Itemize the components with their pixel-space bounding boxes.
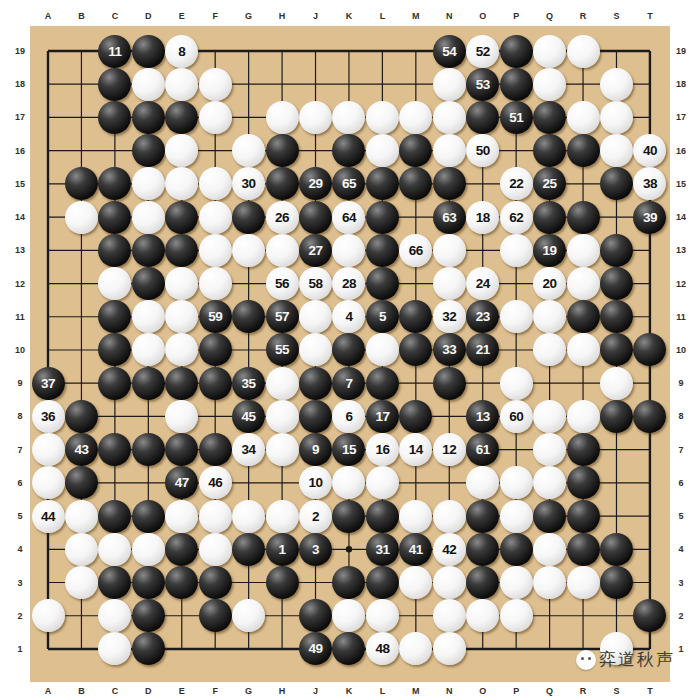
stone-black: 11 (98, 35, 131, 68)
stone-white (266, 400, 299, 433)
stone-white (567, 267, 600, 300)
move-number: 19 (543, 243, 557, 258)
stone-white (165, 400, 198, 433)
stone-white: 32 (433, 300, 466, 333)
stone-white (266, 234, 299, 267)
stone-white (433, 566, 466, 599)
move-number: 38 (643, 176, 657, 191)
move-number: 18 (476, 210, 490, 225)
stone-white (366, 134, 399, 167)
stone-white (600, 134, 633, 167)
move-number: 41 (409, 542, 423, 557)
stone-white: 36 (32, 400, 65, 433)
stone-black (466, 500, 499, 533)
stone-white (165, 68, 198, 101)
row-label-left: 19 (15, 47, 25, 56)
column-label-bottom: A (45, 687, 52, 696)
row-label-left: 17 (15, 113, 25, 122)
column-label-top: C (112, 12, 119, 21)
stone-black (567, 134, 600, 167)
move-number: 27 (309, 243, 323, 258)
move-number: 32 (442, 309, 456, 324)
move-number: 8 (178, 44, 185, 59)
column-label-bottom: D (145, 687, 152, 696)
stone-white (366, 101, 399, 134)
move-number: 10 (309, 475, 323, 490)
stone-white (165, 500, 198, 533)
stone-white (199, 201, 232, 234)
stone-white (132, 68, 165, 101)
stone-black (466, 101, 499, 134)
stone-black (366, 267, 399, 300)
column-label-bottom: O (479, 687, 486, 696)
move-number: 58 (309, 276, 323, 291)
row-label-right: 15 (676, 179, 686, 188)
stone-white (98, 533, 131, 566)
move-number: 50 (476, 143, 490, 158)
stone-black (466, 533, 499, 566)
stone-black (399, 400, 432, 433)
stone-white (132, 167, 165, 200)
row-label-right: 3 (678, 578, 683, 587)
stone-white (266, 500, 299, 533)
stone-white (65, 533, 98, 566)
move-number: 14 (409, 442, 423, 457)
stone-white: 20 (533, 267, 566, 300)
move-number: 33 (442, 342, 456, 357)
stone-white (199, 167, 232, 200)
move-number: 34 (242, 442, 256, 457)
move-number: 53 (476, 77, 490, 92)
column-label-top: L (380, 12, 386, 21)
row-label-right: 19 (676, 47, 686, 56)
row-label-left: 5 (17, 512, 22, 521)
stone-white: 12 (433, 433, 466, 466)
stone-black (466, 566, 499, 599)
row-label-left: 15 (15, 179, 25, 188)
star-point (346, 546, 352, 552)
stone-black (199, 367, 232, 400)
stone-black (199, 433, 232, 466)
stone-white (500, 234, 533, 267)
stone-black (500, 68, 533, 101)
stone-white (132, 533, 165, 566)
stone-white: 64 (332, 201, 365, 234)
move-number: 1 (279, 542, 286, 557)
stone-white (232, 500, 265, 533)
stone-white: 66 (399, 234, 432, 267)
stone-black (132, 500, 165, 533)
stone-white (65, 566, 98, 599)
stone-black: 59 (199, 300, 232, 333)
stone-black: 37 (32, 367, 65, 400)
stone-white (199, 234, 232, 267)
stone-black (299, 400, 332, 433)
stone-black: 5 (366, 300, 399, 333)
stone-white (567, 35, 600, 68)
row-label-right: 7 (678, 445, 683, 454)
row-label-left: 11 (15, 312, 25, 321)
move-number: 55 (275, 342, 289, 357)
stone-white: 56 (266, 267, 299, 300)
stone-white (433, 500, 466, 533)
row-label-right: 6 (678, 478, 683, 487)
column-label-top: A (45, 12, 52, 21)
stone-black: 63 (433, 201, 466, 234)
move-number: 46 (208, 475, 222, 490)
move-number: 65 (342, 176, 356, 191)
move-number: 21 (476, 342, 490, 357)
row-label-left: 6 (17, 478, 22, 487)
row-label-right: 13 (676, 246, 686, 255)
stone-white (266, 101, 299, 134)
stone-black: 54 (433, 35, 466, 68)
stone-black (232, 201, 265, 234)
stone-black (433, 167, 466, 200)
column-label-top: F (212, 12, 218, 21)
stone-white: 16 (366, 433, 399, 466)
stone-white (567, 101, 600, 134)
move-number: 36 (41, 409, 55, 424)
stone-black (266, 134, 299, 167)
move-number: 42 (442, 542, 456, 557)
stone-black (366, 500, 399, 533)
row-label-left: 1 (17, 644, 22, 653)
row-label-right: 10 (676, 345, 686, 354)
column-label-bottom: T (647, 687, 653, 696)
stone-white (600, 68, 633, 101)
move-number: 13 (476, 409, 490, 424)
stone-black (366, 566, 399, 599)
stone-white (65, 201, 98, 234)
watermark-text: 弈道秋声 (599, 648, 675, 671)
move-number: 16 (375, 442, 389, 457)
row-label-right: 11 (676, 312, 686, 321)
move-number: 22 (509, 176, 523, 191)
stone-black (533, 101, 566, 134)
stone-black (165, 367, 198, 400)
column-label-top: Q (546, 12, 553, 21)
move-number: 64 (342, 210, 356, 225)
stone-white (500, 466, 533, 499)
stone-white: 22 (500, 167, 533, 200)
move-number: 6 (345, 409, 352, 424)
move-number: 39 (643, 210, 657, 225)
stone-black (98, 201, 131, 234)
move-number: 61 (476, 442, 490, 457)
stone-white (533, 400, 566, 433)
column-label-bottom: Q (546, 687, 553, 696)
row-label-left: 9 (17, 379, 22, 388)
move-number: 63 (442, 210, 456, 225)
move-number: 44 (41, 509, 55, 524)
stone-white (533, 35, 566, 68)
stone-black: 9 (299, 433, 332, 466)
row-label-right: 1 (678, 644, 683, 653)
stone-black (98, 68, 131, 101)
stone-white (299, 101, 332, 134)
row-label-left: 7 (17, 445, 22, 454)
column-label-bottom: E (179, 687, 185, 696)
move-number: 29 (309, 176, 323, 191)
stone-white (433, 68, 466, 101)
watermark: 弈道秋声 (576, 648, 675, 671)
stone-black (132, 101, 165, 134)
move-number: 47 (175, 475, 189, 490)
stone-black: 41 (399, 533, 432, 566)
stone-white (567, 333, 600, 366)
stone-white (433, 632, 466, 665)
row-label-right: 2 (678, 611, 683, 620)
stone-white: 2 (299, 500, 332, 533)
stone-white (533, 533, 566, 566)
move-number: 60 (509, 409, 523, 424)
move-number: 30 (242, 176, 256, 191)
stone-white (65, 500, 98, 533)
stone-black (366, 367, 399, 400)
stone-black (366, 201, 399, 234)
stone-white (533, 433, 566, 466)
stone-white (433, 267, 466, 300)
stone-white: 52 (466, 35, 499, 68)
column-label-top: R (580, 12, 587, 21)
move-number: 37 (41, 376, 55, 391)
move-number: 20 (543, 276, 557, 291)
move-number: 5 (379, 309, 386, 324)
stone-black: 39 (633, 201, 666, 234)
move-number: 11 (108, 44, 121, 59)
stone-white (433, 599, 466, 632)
column-label-top: O (479, 12, 486, 21)
move-number: 57 (275, 309, 289, 324)
stone-white (533, 68, 566, 101)
stone-black (567, 201, 600, 234)
column-label-bottom: N (446, 687, 453, 696)
stone-black: 31 (366, 533, 399, 566)
column-label-bottom: R (580, 687, 587, 696)
move-number: 52 (476, 44, 490, 59)
stone-white (199, 533, 232, 566)
stone-white: 8 (165, 35, 198, 68)
stone-black (165, 201, 198, 234)
move-number: 40 (643, 143, 657, 158)
column-label-top: S (613, 12, 619, 21)
stone-black (600, 400, 633, 433)
row-label-right: 14 (676, 213, 686, 222)
move-number: 31 (375, 542, 389, 557)
stone-black: 13 (466, 400, 499, 433)
move-number: 2 (312, 509, 319, 524)
row-label-right: 16 (676, 146, 686, 155)
move-number: 54 (442, 44, 456, 59)
stone-black (98, 500, 131, 533)
move-number: 28 (342, 276, 356, 291)
stone-black (600, 566, 633, 599)
stone-black (600, 234, 633, 267)
stone-black (232, 533, 265, 566)
stone-white: 46 (199, 466, 232, 499)
stone-black: 1 (266, 533, 299, 566)
move-number: 59 (208, 309, 222, 324)
row-label-left: 2 (17, 611, 22, 620)
row-label-left: 14 (15, 213, 25, 222)
stone-black (500, 35, 533, 68)
row-label-right: 8 (678, 412, 683, 421)
stone-white (132, 300, 165, 333)
row-label-left: 8 (17, 412, 22, 421)
stone-white (500, 599, 533, 632)
stone-black: 3 (299, 533, 332, 566)
stone-white (32, 466, 65, 499)
move-number: 23 (476, 309, 490, 324)
stone-black: 27 (299, 234, 332, 267)
column-label-bottom: P (513, 687, 519, 696)
stone-black (533, 201, 566, 234)
stone-white (266, 433, 299, 466)
stone-white (500, 566, 533, 599)
column-label-bottom: G (245, 687, 252, 696)
stone-white (199, 68, 232, 101)
stone-white: 42 (433, 533, 466, 566)
column-label-top: D (145, 12, 152, 21)
column-label-bottom: J (313, 687, 318, 696)
move-number: 48 (375, 641, 389, 656)
stone-black (266, 167, 299, 200)
stone-black (132, 599, 165, 632)
stone-white: 58 (299, 267, 332, 300)
stone-black: 45 (232, 400, 265, 433)
stone-white (232, 234, 265, 267)
stone-white (433, 134, 466, 167)
stone-black (500, 533, 533, 566)
stone-black (199, 566, 232, 599)
move-number: 9 (312, 442, 319, 457)
row-label-right: 18 (676, 80, 686, 89)
go-board-diagram: AABBCCDDEEFFGGHHJJKKLLMMNNOOPPQQRRSSTT19… (0, 0, 700, 700)
stone-black (567, 433, 600, 466)
move-number: 45 (242, 409, 256, 424)
move-number: 51 (509, 110, 523, 125)
stone-black (132, 433, 165, 466)
stone-white (199, 267, 232, 300)
stone-white (433, 234, 466, 267)
move-number: 25 (543, 176, 557, 191)
stone-white (500, 367, 533, 400)
stone-white (366, 599, 399, 632)
stone-black: 43 (65, 433, 98, 466)
row-label-left: 10 (15, 345, 25, 354)
column-label-bottom: B (78, 687, 85, 696)
stone-black (600, 267, 633, 300)
stone-black (98, 367, 131, 400)
stone-white (32, 433, 65, 466)
stone-black: 35 (232, 367, 265, 400)
move-number: 35 (242, 376, 256, 391)
stone-black (600, 533, 633, 566)
stone-white (199, 500, 232, 533)
stone-black (567, 533, 600, 566)
stone-white (533, 566, 566, 599)
column-label-top: J (313, 12, 318, 21)
stone-black (132, 234, 165, 267)
stone-white (567, 400, 600, 433)
move-number: 49 (309, 641, 323, 656)
column-label-bottom: K (346, 687, 353, 696)
stone-black: 7 (332, 367, 365, 400)
stone-black (332, 500, 365, 533)
move-number: 3 (312, 542, 319, 557)
stone-white (500, 300, 533, 333)
move-number: 15 (342, 442, 356, 457)
stone-black (132, 566, 165, 599)
stone-white (600, 367, 633, 400)
column-label-top: B (78, 12, 85, 21)
stone-black (266, 566, 299, 599)
stone-black (567, 466, 600, 499)
stone-white (199, 101, 232, 134)
stone-black (567, 300, 600, 333)
row-label-right: 4 (678, 545, 683, 554)
stone-black (299, 367, 332, 400)
stone-black (165, 533, 198, 566)
column-label-top: N (446, 12, 453, 21)
stone-black: 53 (466, 68, 499, 101)
stone-black (199, 599, 232, 632)
column-label-top: K (346, 12, 353, 21)
move-number: 43 (74, 442, 88, 457)
column-label-top: T (647, 12, 653, 21)
move-number: 4 (345, 309, 352, 324)
column-label-top: P (513, 12, 519, 21)
stone-black (199, 333, 232, 366)
stone-white: 26 (266, 201, 299, 234)
stone-white (567, 566, 600, 599)
column-label-bottom: L (380, 687, 386, 696)
move-number: 24 (476, 276, 490, 291)
stone-black: 17 (366, 400, 399, 433)
stone-black: 19 (533, 234, 566, 267)
stone-white (600, 101, 633, 134)
column-label-bottom: H (279, 687, 286, 696)
stone-black: 57 (266, 300, 299, 333)
row-label-left: 16 (15, 146, 25, 155)
column-label-bottom: M (412, 687, 420, 696)
stone-black (567, 500, 600, 533)
stone-white: 62 (500, 201, 533, 234)
column-label-bottom: S (613, 687, 619, 696)
stone-black: 51 (500, 101, 533, 134)
stone-white (266, 367, 299, 400)
stone-black (299, 201, 332, 234)
move-number: 7 (345, 376, 352, 391)
column-label-top: G (245, 12, 252, 21)
column-label-top: H (279, 12, 286, 21)
stone-black: 55 (266, 333, 299, 366)
stone-white (433, 101, 466, 134)
move-number: 66 (409, 243, 423, 258)
watermark-logo-icon (576, 650, 596, 670)
stone-black (132, 134, 165, 167)
stone-white (132, 201, 165, 234)
move-number: 26 (275, 210, 289, 225)
row-label-right: 5 (678, 512, 683, 521)
stone-white: 18 (466, 201, 499, 234)
stone-black (98, 234, 131, 267)
stone-black (132, 35, 165, 68)
stone-white: 60 (500, 400, 533, 433)
stone-black (366, 234, 399, 267)
move-number: 62 (509, 210, 523, 225)
